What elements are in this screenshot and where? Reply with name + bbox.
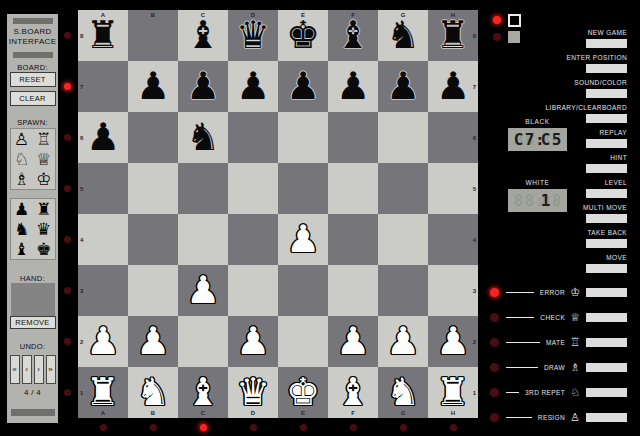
square-h4[interactable]: 4	[428, 214, 478, 265]
coord-label-right-5: 5	[473, 186, 476, 192]
black-clock-display: 88:88 C7:C5	[508, 128, 567, 151]
square-g7[interactable]: ♟	[378, 61, 428, 112]
file-f-led	[350, 424, 357, 431]
piece-white-pawn: ♟	[178, 265, 228, 316]
black-clock-digits: C7:C5	[508, 128, 567, 151]
square-d6[interactable]	[228, 112, 278, 163]
piece-black-pawn: ♟	[178, 61, 228, 112]
board-section-label: BOARD:	[17, 63, 48, 72]
spawn-black-piece-5[interactable]: ♚	[33, 239, 55, 259]
white-clock-display: 88:88 1	[508, 189, 567, 212]
error-leader-line	[506, 292, 534, 293]
square-c5[interactable]	[178, 163, 228, 214]
square-e8[interactable]: ♚E	[278, 10, 328, 61]
error-label: ERROR	[540, 289, 565, 296]
square-b3[interactable]	[128, 265, 178, 316]
square-d4[interactable]	[228, 214, 278, 265]
reset-button[interactable]: RESET	[10, 72, 56, 87]
coord-label-top-a: A	[101, 12, 105, 18]
library-clearboard-label: LIBRARY/CLEARBOARD	[477, 104, 627, 111]
coord-label-left-4: 4	[80, 237, 83, 243]
remove-button[interactable]: REMOVE	[10, 316, 56, 329]
piece-white-pawn: ♟	[228, 316, 278, 367]
square-e6[interactable]	[278, 112, 328, 163]
square-g6[interactable]	[378, 112, 428, 163]
file-a-led	[100, 424, 107, 431]
white-square-icon	[508, 14, 521, 27]
white-clock-digits: 1	[508, 189, 567, 212]
spawn-palette-white: ♙♖♘♕♗♔	[10, 128, 56, 190]
hand-section-label: HAND:	[20, 274, 45, 283]
square-f6[interactable]	[328, 112, 378, 163]
piece-white-pawn: ♟	[378, 316, 428, 367]
draw-piece-icon: ♗	[570, 362, 580, 373]
coord-label-top-c: C	[201, 12, 205, 18]
coord-label-right-3: 3	[473, 288, 476, 294]
3rd-repet-button[interactable]	[586, 388, 627, 397]
undo-counter: 4 / 4	[24, 388, 41, 397]
coord-label-bottom-c: C	[201, 410, 205, 416]
square-h6[interactable]: 6	[428, 112, 478, 163]
white-turn-indicator	[493, 14, 521, 26]
app-title-line1: S.BOARD	[13, 27, 51, 36]
spawn-section-label: SPAWN:	[17, 118, 48, 127]
rank-6-led	[64, 134, 71, 141]
chessboard-interface-window: S.BOARD INTERFACE BOARD: RESET CLEAR SPA…	[0, 0, 640, 436]
rank-2-led	[64, 338, 71, 345]
undo-back-button[interactable]: ‹	[22, 355, 32, 384]
square-b4[interactable]	[128, 214, 178, 265]
piece-white-pawn: ♟	[78, 316, 128, 367]
square-f3[interactable]	[328, 265, 378, 316]
square-f8[interactable]: ♝F	[328, 10, 378, 61]
take-back-label: TAKE BACK	[477, 229, 627, 236]
draw-label: DRAW	[544, 364, 565, 371]
hand-slot[interactable]	[11, 283, 55, 316]
check-led	[490, 313, 499, 322]
coord-label-right-7: 7	[473, 84, 476, 90]
level-button[interactable]	[586, 189, 627, 198]
coord-label-left-8: 8	[80, 33, 83, 39]
square-f5[interactable]	[328, 163, 378, 214]
square-h2[interactable]: ♟2	[428, 316, 478, 367]
spawn-white-piece-1[interactable]: ♖	[33, 129, 55, 149]
square-h1[interactable]: ♜H1	[428, 367, 478, 418]
coord-label-bottom-e: E	[301, 410, 305, 416]
mate-label: MATE	[546, 339, 565, 346]
take-back-button[interactable]	[586, 239, 627, 248]
black-clock-label: BLACK	[508, 118, 567, 125]
hint-button[interactable]	[586, 164, 627, 173]
rank-5-led	[64, 185, 71, 192]
spawn-black-piece-3[interactable]: ♛	[33, 219, 55, 239]
rank-7-led	[64, 83, 71, 90]
draw-led	[490, 363, 499, 372]
rank-4-led	[64, 236, 71, 243]
coord-label-bottom-g: G	[401, 410, 406, 416]
spawn-white-piece-2[interactable]: ♘	[11, 149, 33, 169]
board: ♜A8B♝C♛D♚E♝F♞G♜H87♟♟♟♟♟♟♟7♟6♞6554♟43♟3♟2…	[78, 10, 478, 418]
check-status-row: CHECK♕	[490, 311, 627, 323]
rank-8-led	[64, 32, 71, 39]
resign-leader-line	[506, 417, 532, 418]
coord-label-left-3: 3	[80, 288, 83, 294]
mate-piece-icon: ♖	[570, 337, 580, 348]
mate-button[interactable]	[586, 338, 627, 347]
square-c1[interactable]: ♝C	[178, 367, 228, 418]
coord-label-bottom-h: H	[451, 410, 455, 416]
square-e4[interactable]: ♟	[278, 214, 328, 265]
undo-forward-button[interactable]: ›	[34, 355, 44, 384]
square-d1[interactable]: ♛D	[228, 367, 278, 418]
piece-white-pawn: ♟	[278, 214, 328, 265]
new-game-button[interactable]	[586, 39, 627, 48]
square-e2[interactable]	[278, 316, 328, 367]
draw-status-row: DRAW♗	[490, 361, 627, 373]
square-b5[interactable]	[128, 163, 178, 214]
spawn-white-piece-4[interactable]: ♗	[11, 169, 33, 189]
white-clock-label: WHITE	[508, 179, 567, 186]
square-g1[interactable]: ♞G	[378, 367, 428, 418]
3rd-repet-status-row: 3RD REPET♘	[490, 386, 627, 398]
piece-black-pawn: ♟	[228, 61, 278, 112]
undo-first-button[interactable]: «	[10, 355, 20, 384]
sound-color-button[interactable]	[586, 89, 627, 98]
mate-status-row: MATE♖	[490, 336, 627, 348]
square-f1[interactable]: ♝F	[328, 367, 378, 418]
square-a7[interactable]: 7	[78, 61, 128, 112]
enter-position-label: ENTER POSITION	[477, 54, 627, 61]
square-e7[interactable]: ♟	[278, 61, 328, 112]
square-g2[interactable]: ♟	[378, 316, 428, 367]
app-title-line2: INTERFACE	[9, 37, 57, 46]
square-d3[interactable]	[228, 265, 278, 316]
square-d7[interactable]: ♟	[228, 61, 278, 112]
square-a3[interactable]: 3	[78, 265, 128, 316]
draw-button[interactable]	[586, 363, 627, 372]
file-h-led	[450, 424, 457, 431]
square-g8[interactable]: ♞G	[378, 10, 428, 61]
resign-status-row: RESIGN♙	[490, 411, 627, 423]
resign-led	[490, 413, 499, 422]
square-h5[interactable]: 5	[428, 163, 478, 214]
square-d5[interactable]	[228, 163, 278, 214]
error-piece-icon: ♔	[570, 287, 580, 298]
mate-leader-line	[506, 342, 540, 343]
3rd-repet-leader-line	[506, 392, 519, 393]
square-g4[interactable]	[378, 214, 428, 265]
white-turn-led	[493, 16, 501, 24]
check-piece-icon: ♕	[570, 312, 580, 323]
square-c8[interactable]: ♝C	[178, 10, 228, 61]
square-f2[interactable]: ♟	[328, 316, 378, 367]
coord-label-bottom-b: B	[151, 410, 155, 416]
coord-label-top-h: H	[451, 12, 455, 18]
square-c4[interactable]	[178, 214, 228, 265]
move-label: MOVE	[477, 254, 627, 261]
coord-label-right-2: 2	[473, 339, 476, 345]
resign-button[interactable]	[586, 413, 627, 422]
square-c3[interactable]: ♟	[178, 265, 228, 316]
spawn-white-piece-5[interactable]: ♔	[33, 169, 55, 189]
piece-black-pawn: ♟	[278, 61, 328, 112]
new-game-label: NEW GAME	[477, 29, 627, 36]
sound-color-label: SOUND/COLOR	[477, 79, 627, 86]
mate-led	[490, 338, 499, 347]
coord-label-top-g: G	[401, 12, 406, 18]
square-e5[interactable]	[278, 163, 328, 214]
piece-black-pawn: ♟	[78, 112, 128, 163]
black-clock-group: BLACK 88:88 C7:C5	[508, 118, 567, 151]
error-status-row: ERROR♔	[490, 286, 627, 298]
square-h7[interactable]: ♟7	[428, 61, 478, 112]
undo-last-button[interactable]: »	[46, 355, 56, 384]
coord-label-bottom-f: F	[351, 410, 355, 416]
square-b2[interactable]: ♟	[128, 316, 178, 367]
coord-label-left-2: 2	[80, 339, 83, 345]
coord-label-top-e: E	[301, 12, 305, 18]
3rd-repet-piece-icon: ♘	[570, 387, 580, 398]
square-d2[interactable]: ♟	[228, 316, 278, 367]
draw-leader-line	[506, 367, 538, 368]
check-label: CHECK	[540, 314, 565, 321]
piece-white-pawn: ♟	[328, 316, 378, 367]
square-e1[interactable]: ♚E	[278, 367, 328, 418]
square-e3[interactable]	[278, 265, 328, 316]
piece-black-pawn: ♟	[378, 61, 428, 112]
coord-label-top-b: B	[151, 12, 155, 18]
square-c6[interactable]: ♞	[178, 112, 228, 163]
sidebar-bottom-bar	[11, 409, 55, 416]
square-a1[interactable]: ♜A1	[78, 367, 128, 418]
rank-3-led	[64, 287, 71, 294]
square-d8[interactable]: ♛D	[228, 10, 278, 61]
check-leader-line	[506, 317, 534, 318]
coord-label-top-d: D	[251, 12, 255, 18]
piece-black-pawn: ♟	[328, 61, 378, 112]
square-a8[interactable]: ♜A8	[78, 10, 128, 61]
coord-label-left-7: 7	[80, 84, 83, 90]
undo-section-label: UNDO:	[20, 342, 46, 351]
coord-label-right-1: 1	[473, 390, 476, 396]
error-led	[490, 288, 499, 297]
coord-label-left-5: 5	[80, 186, 83, 192]
piece-black-pawn: ♟	[128, 61, 178, 112]
file-d-led	[250, 424, 257, 431]
multi-move-button[interactable]	[586, 214, 627, 223]
file-b-led	[150, 424, 157, 431]
piece-black-knight: ♞	[178, 112, 228, 163]
square-c2[interactable]	[178, 316, 228, 367]
sidebar-divider-bar	[13, 52, 53, 58]
spawn-black-piece-2[interactable]: ♞	[11, 219, 33, 239]
file-g-led	[400, 424, 407, 431]
hint-label: HINT	[477, 154, 627, 161]
rank-1-led	[64, 389, 71, 396]
spawn-black-piece-0[interactable]: ♟	[11, 199, 33, 219]
check-button[interactable]	[586, 313, 627, 322]
piece-white-pawn: ♟	[128, 316, 178, 367]
coord-label-top-f: F	[351, 12, 355, 18]
square-h8[interactable]: ♜H8	[428, 10, 478, 61]
square-g5[interactable]	[378, 163, 428, 214]
square-a5[interactable]: 5	[78, 163, 128, 214]
library-clearboard-button[interactable]	[586, 114, 627, 123]
spawn-palette-black: ♟♜♞♛♝♚	[10, 198, 56, 260]
square-b7[interactable]: ♟	[128, 61, 178, 112]
coord-label-right-6: 6	[473, 135, 476, 141]
error-button[interactable]	[586, 288, 627, 297]
square-f4[interactable]	[328, 214, 378, 265]
3rd-repet-led	[490, 388, 499, 397]
square-b1[interactable]: ♞B	[128, 367, 178, 418]
file-e-led	[300, 424, 307, 431]
enter-position-button[interactable]	[586, 64, 627, 73]
square-a2[interactable]: ♟2	[78, 316, 128, 367]
sidebar: S.BOARD INTERFACE BOARD: RESET CLEAR SPA…	[7, 14, 58, 423]
coord-label-bottom-d: D	[251, 410, 255, 416]
square-f7[interactable]: ♟	[328, 61, 378, 112]
square-g3[interactable]	[378, 265, 428, 316]
square-h3[interactable]: 3	[428, 265, 478, 316]
white-clock-group: WHITE 88:88 1	[508, 179, 567, 212]
undo-controls: «‹›»	[10, 355, 56, 384]
coord-label-left-6: 6	[80, 135, 83, 141]
resign-piece-icon: ♙	[570, 412, 580, 423]
piece-white-pawn: ♟	[428, 316, 478, 367]
spawn-black-piece-4[interactable]: ♝	[11, 239, 33, 259]
replay-button[interactable]	[586, 139, 627, 148]
3rd-repet-label: 3RD REPET	[525, 389, 565, 396]
coord-label-left-1: 1	[80, 390, 83, 396]
square-a4[interactable]: 4	[78, 214, 128, 265]
resign-label: RESIGN	[538, 414, 565, 421]
clear-button[interactable]: CLEAR	[10, 91, 56, 106]
file-c-led	[200, 424, 207, 431]
spawn-white-piece-0[interactable]: ♙	[11, 129, 33, 149]
coord-label-right-8: 8	[473, 33, 476, 39]
coord-label-bottom-a: A	[101, 410, 105, 416]
spawn-white-piece-3[interactable]: ♕	[33, 149, 55, 169]
piece-black-pawn: ♟	[428, 61, 478, 112]
square-a6[interactable]: ♟6	[78, 112, 128, 163]
coord-label-right-4: 4	[473, 237, 476, 243]
square-b6[interactable]	[128, 112, 178, 163]
sidebar-top-bar	[13, 18, 53, 24]
square-c7[interactable]: ♟	[178, 61, 228, 112]
square-b8[interactable]: B	[128, 10, 178, 61]
spawn-black-piece-1[interactable]: ♜	[33, 199, 55, 219]
move-button[interactable]	[586, 264, 627, 273]
